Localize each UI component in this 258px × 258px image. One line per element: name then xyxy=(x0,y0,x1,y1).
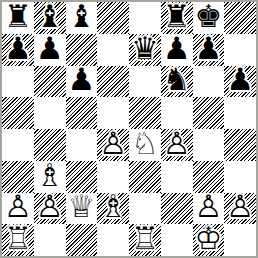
piece-halo: ♟ xyxy=(36,34,64,64)
piece-halo: ♜ xyxy=(131,224,159,254)
square-g7[interactable]: ♟♟ xyxy=(193,34,225,66)
square-h6[interactable]: ♟♟ xyxy=(224,66,256,98)
white-pawn-piece: ♙ xyxy=(226,193,254,223)
square-g8[interactable]: ♚♚ xyxy=(193,2,225,34)
square-c2[interactable]: ♛♕ xyxy=(66,193,98,225)
white-bishop-piece: ♗ xyxy=(99,193,127,223)
square-e7[interactable]: ♛♛ xyxy=(129,34,161,66)
square-a3[interactable] xyxy=(2,161,34,193)
square-b3[interactable]: ♝♗ xyxy=(34,161,66,193)
piece-halo: ♟ xyxy=(163,129,191,159)
square-a5[interactable] xyxy=(2,97,34,129)
square-b4[interactable] xyxy=(34,129,66,161)
square-e8[interactable] xyxy=(129,2,161,34)
white-pawn-piece: ♙ xyxy=(99,129,127,159)
black-rook-piece: ♜ xyxy=(4,2,32,32)
piece-halo: ♟ xyxy=(194,34,222,64)
square-b1[interactable] xyxy=(34,224,66,256)
chess-board: ♜♜♝♝♝♝♜♜♚♚♟♟♟♟♛♛♟♟♟♟♟♟♞♞♟♟♟♙♞♘♟♙♝♗♟♙♟♙♛♕… xyxy=(2,2,256,256)
square-g1[interactable]: ♚♔ xyxy=(193,224,225,256)
square-f4[interactable]: ♟♙ xyxy=(161,129,193,161)
square-h4[interactable] xyxy=(224,129,256,161)
piece-halo: ♜ xyxy=(4,224,32,254)
piece-halo: ♝ xyxy=(36,161,64,191)
black-bishop-piece: ♝ xyxy=(67,2,95,32)
piece-halo: ♜ xyxy=(163,2,191,32)
square-f2[interactable] xyxy=(161,193,193,225)
white-rook-piece: ♖ xyxy=(131,224,159,254)
square-h7[interactable] xyxy=(224,34,256,66)
square-b8[interactable]: ♝♝ xyxy=(34,2,66,34)
square-d8[interactable] xyxy=(97,2,129,34)
square-h2[interactable]: ♟♙ xyxy=(224,193,256,225)
chess-board-frame: ♜♜♝♝♝♝♜♜♚♚♟♟♟♟♛♛♟♟♟♟♟♟♞♞♟♟♟♙♞♘♟♙♝♗♟♙♟♙♛♕… xyxy=(0,0,258,258)
piece-halo: ♚ xyxy=(194,224,222,254)
piece-halo: ♝ xyxy=(67,2,95,32)
white-rook-piece: ♖ xyxy=(4,224,32,254)
white-knight-piece: ♘ xyxy=(131,129,159,159)
square-c3[interactable] xyxy=(66,161,98,193)
black-knight-piece: ♞ xyxy=(163,66,191,96)
square-f3[interactable] xyxy=(161,161,193,193)
piece-halo: ♟ xyxy=(226,66,254,96)
square-d2[interactable]: ♝♗ xyxy=(97,193,129,225)
piece-halo: ♚ xyxy=(194,2,222,32)
white-king-piece: ♔ xyxy=(194,224,222,254)
piece-halo: ♞ xyxy=(131,129,159,159)
piece-halo: ♟ xyxy=(226,193,254,223)
square-g6[interactable] xyxy=(193,66,225,98)
square-h1[interactable] xyxy=(224,224,256,256)
black-pawn-piece: ♟ xyxy=(36,34,64,64)
square-f7[interactable]: ♟♟ xyxy=(161,34,193,66)
square-d7[interactable] xyxy=(97,34,129,66)
black-pawn-piece: ♟ xyxy=(4,34,32,64)
piece-halo: ♜ xyxy=(4,2,32,32)
square-c5[interactable] xyxy=(66,97,98,129)
square-f5[interactable] xyxy=(161,97,193,129)
white-pawn-piece: ♙ xyxy=(4,193,32,223)
black-bishop-piece: ♝ xyxy=(36,2,64,32)
piece-halo: ♟ xyxy=(163,34,191,64)
black-pawn-piece: ♟ xyxy=(67,66,95,96)
square-g4[interactable] xyxy=(193,129,225,161)
square-f1[interactable] xyxy=(161,224,193,256)
piece-halo: ♟ xyxy=(99,129,127,159)
white-pawn-piece: ♙ xyxy=(194,193,222,223)
square-a4[interactable] xyxy=(2,129,34,161)
piece-halo: ♝ xyxy=(36,2,64,32)
square-a7[interactable]: ♟♟ xyxy=(2,34,34,66)
square-c1[interactable] xyxy=(66,224,98,256)
square-f8[interactable]: ♜♜ xyxy=(161,2,193,34)
black-pawn-piece: ♟ xyxy=(163,34,191,64)
black-queen-piece: ♛ xyxy=(131,34,159,64)
square-d6[interactable] xyxy=(97,66,129,98)
white-pawn-piece: ♙ xyxy=(163,129,191,159)
white-pawn-piece: ♙ xyxy=(36,193,64,223)
square-b5[interactable] xyxy=(34,97,66,129)
piece-halo: ♟ xyxy=(4,193,32,223)
square-d5[interactable] xyxy=(97,97,129,129)
square-e6[interactable] xyxy=(129,66,161,98)
square-c8[interactable]: ♝♝ xyxy=(66,2,98,34)
square-g3[interactable] xyxy=(193,161,225,193)
piece-halo: ♛ xyxy=(67,193,95,223)
square-a8[interactable]: ♜♜ xyxy=(2,2,34,34)
square-h3[interactable] xyxy=(224,161,256,193)
white-queen-piece: ♕ xyxy=(67,193,95,223)
square-g5[interactable] xyxy=(193,97,225,129)
piece-halo: ♟ xyxy=(194,193,222,223)
black-rook-piece: ♜ xyxy=(163,2,191,32)
square-c4[interactable] xyxy=(66,129,98,161)
piece-halo: ♟ xyxy=(4,34,32,64)
black-pawn-piece: ♟ xyxy=(226,66,254,96)
square-c6[interactable]: ♟♟ xyxy=(66,66,98,98)
square-b6[interactable] xyxy=(34,66,66,98)
square-a1[interactable]: ♜♖ xyxy=(2,224,34,256)
square-e2[interactable] xyxy=(129,193,161,225)
square-d1[interactable] xyxy=(97,224,129,256)
square-b7[interactable]: ♟♟ xyxy=(34,34,66,66)
black-pawn-piece: ♟ xyxy=(194,34,222,64)
piece-halo: ♛ xyxy=(131,34,159,64)
square-g2[interactable]: ♟♙ xyxy=(193,193,225,225)
square-e3[interactable] xyxy=(129,161,161,193)
square-d4[interactable]: ♟♙ xyxy=(97,129,129,161)
square-b2[interactable]: ♟♙ xyxy=(34,193,66,225)
square-e1[interactable]: ♜♖ xyxy=(129,224,161,256)
square-a6[interactable] xyxy=(2,66,34,98)
square-d3[interactable] xyxy=(97,161,129,193)
square-c7[interactable] xyxy=(66,34,98,66)
square-f6[interactable]: ♞♞ xyxy=(161,66,193,98)
square-e4[interactable]: ♞♘ xyxy=(129,129,161,161)
piece-halo: ♝ xyxy=(99,193,127,223)
piece-halo: ♟ xyxy=(67,66,95,96)
piece-halo: ♟ xyxy=(36,193,64,223)
black-king-piece: ♚ xyxy=(194,2,222,32)
square-a2[interactable]: ♟♙ xyxy=(2,193,34,225)
square-e5[interactable] xyxy=(129,97,161,129)
square-h5[interactable] xyxy=(224,97,256,129)
square-h8[interactable] xyxy=(224,2,256,34)
white-bishop-piece: ♗ xyxy=(36,161,64,191)
piece-halo: ♞ xyxy=(163,66,191,96)
